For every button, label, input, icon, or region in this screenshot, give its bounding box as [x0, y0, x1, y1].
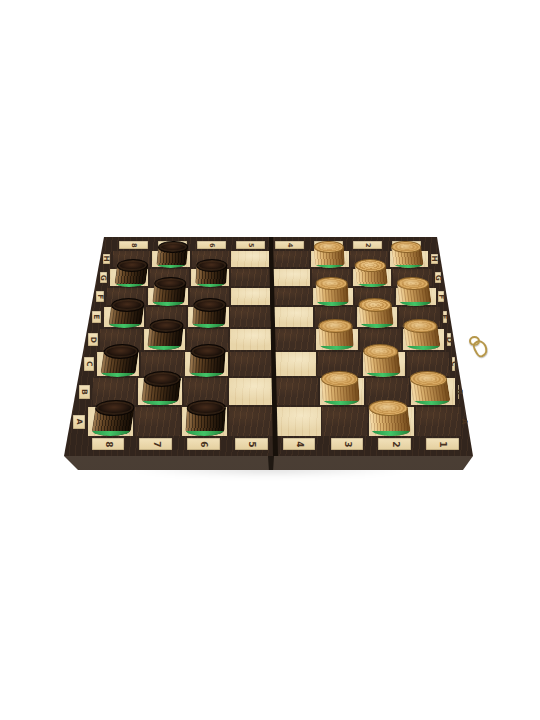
piece-top: [193, 298, 227, 312]
dark-piece-G6[interactable]: [195, 259, 227, 287]
clasp-hook: [468, 335, 494, 357]
light-piece-B3[interactable]: [321, 371, 360, 405]
coord-label: C: [450, 361, 458, 367]
coord-cell-left-G: G: [100, 272, 107, 283]
clasp-hook-loop: [471, 338, 490, 359]
light-piece-H1[interactable]: [391, 241, 424, 268]
coord-cell-right-D: D: [447, 333, 451, 346]
light-piece-D1[interactable]: [402, 319, 441, 350]
coord-cell-left-H: H: [103, 254, 110, 264]
coord-cell-right-F: F: [438, 291, 443, 302]
square-A3[interactable]: [322, 407, 367, 436]
coord-label: 5: [247, 243, 254, 248]
coord-label: B: [81, 389, 89, 395]
light-piece-D3[interactable]: [318, 319, 354, 350]
coord-label: 4: [286, 243, 293, 248]
light-piece-H3[interactable]: [313, 241, 344, 268]
piece-top: [354, 259, 386, 272]
square-E4[interactable]: [273, 307, 313, 327]
dark-piece-E8[interactable]: [108, 298, 145, 328]
coord-label: E: [441, 314, 449, 319]
coord-cell-right-B: B: [458, 385, 460, 399]
coord-label: 1: [438, 441, 447, 447]
dark-piece-H7[interactable]: [156, 241, 188, 268]
light-piece-F1[interactable]: [396, 277, 432, 306]
coord-cell-left-A: A: [73, 415, 85, 429]
piece-top: [409, 371, 449, 387]
coord-label: H: [430, 256, 438, 262]
square-A5[interactable]: [229, 407, 274, 436]
piece-top: [362, 344, 399, 359]
square-G5[interactable]: [231, 269, 270, 286]
coord-cell-right-G: G: [435, 272, 441, 283]
dark-piece-F7[interactable]: [152, 277, 186, 306]
coord-label: G: [434, 274, 442, 280]
square-D5[interactable]: [230, 329, 271, 350]
light-piece-C2[interactable]: [362, 344, 401, 377]
piece-top: [321, 371, 359, 387]
coord-label: D: [89, 336, 97, 342]
square-G4[interactable]: [272, 269, 311, 286]
coord-label: F: [437, 294, 445, 299]
coord-label: A: [460, 419, 468, 425]
coord-cell-right-E: E: [443, 311, 448, 324]
coord-cell-bottom-6: 6: [187, 438, 220, 451]
coord-cell-top-8: 8: [119, 241, 148, 249]
coord-cell-left-C: C: [84, 357, 94, 371]
coord-label: C: [85, 361, 93, 367]
light-piece-A2[interactable]: [368, 400, 411, 436]
coord-label: H: [103, 256, 111, 262]
dark-piece-A8[interactable]: [91, 400, 135, 436]
coord-label: 2: [364, 243, 371, 248]
coord-cell-bottom-7: 7: [139, 438, 172, 451]
piece-top: [110, 298, 145, 312]
dark-piece-E6[interactable]: [192, 298, 227, 328]
square-A7[interactable]: [135, 407, 180, 436]
coord-cell-bottom-1: 1: [426, 438, 459, 451]
coord-label: D: [445, 336, 453, 342]
light-piece-G2[interactable]: [354, 259, 387, 287]
coord-label: G: [99, 274, 107, 280]
dark-piece-C8[interactable]: [100, 344, 140, 377]
coord-cell-bottom-3: 3: [331, 438, 364, 451]
dark-piece-A6[interactable]: [185, 400, 226, 436]
square-A4[interactable]: [275, 407, 320, 436]
square-E5[interactable]: [230, 307, 270, 327]
square-H4[interactable]: [271, 251, 309, 267]
coord-cell-top-4: 4: [275, 241, 304, 249]
dark-piece-G8[interactable]: [114, 259, 148, 287]
square-C5[interactable]: [230, 352, 272, 376]
coord-label: 7: [151, 441, 160, 447]
coord-cell-top-5: 5: [236, 241, 265, 249]
coord-cell-left-F: F: [96, 291, 104, 302]
coord-cell-right-H: H: [431, 254, 438, 264]
dark-piece-B7[interactable]: [141, 371, 182, 405]
coord-label: 8: [103, 441, 112, 447]
coord-cell-top-2: 2: [353, 241, 382, 249]
dark-piece-D7[interactable]: [147, 319, 184, 350]
coord-cell-left-D: D: [88, 333, 97, 346]
coord-cell-bottom-4: 4: [283, 438, 316, 451]
coord-label: 6: [208, 243, 215, 248]
coord-label: F: [96, 294, 104, 299]
coord-cell-bottom-8: 8: [92, 438, 125, 451]
light-piece-E2[interactable]: [358, 298, 394, 328]
piece-top: [196, 259, 227, 272]
dark-piece-C6[interactable]: [189, 344, 226, 377]
coord-cell-top-6: 6: [197, 241, 226, 249]
coord-label: 2: [390, 441, 399, 447]
light-piece-B1[interactable]: [409, 371, 451, 405]
coord-label: E: [93, 314, 101, 319]
piece-top: [190, 344, 226, 359]
coord-label: 8: [130, 243, 137, 248]
piece-top: [358, 298, 392, 312]
light-piece-F3[interactable]: [316, 277, 349, 306]
square-B5[interactable]: [229, 378, 273, 405]
coord-cell-left-E: E: [92, 311, 101, 324]
square-B4[interactable]: [275, 378, 319, 405]
coord-label: 3: [342, 441, 351, 447]
product-photo-canvas: 8877665544332211HHGGFFEEDDCCBBAA: [0, 0, 540, 720]
coord-label: B: [455, 389, 463, 395]
coord-cell-bottom-2: 2: [378, 438, 411, 451]
coord-cell-bottom-5: 5: [235, 438, 268, 451]
coord-label: 5: [247, 441, 256, 447]
square-F4[interactable]: [272, 288, 312, 305]
coord-label: 6: [199, 441, 208, 447]
square-D4[interactable]: [273, 329, 314, 350]
coord-cell-right-C: C: [452, 357, 455, 371]
coord-label: A: [76, 419, 84, 425]
square-F5[interactable]: [231, 288, 271, 305]
square-A1[interactable]: [416, 407, 461, 436]
coord-label: 4: [295, 441, 304, 447]
coord-cell-left-B: B: [79, 385, 90, 399]
square-C4[interactable]: [274, 352, 316, 376]
square-H5[interactable]: [231, 251, 269, 267]
